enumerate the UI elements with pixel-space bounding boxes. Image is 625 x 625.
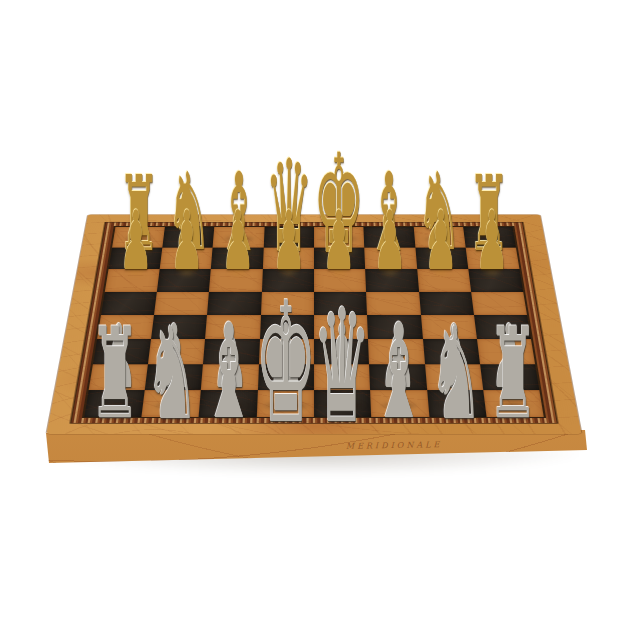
square-a5 xyxy=(101,292,157,315)
square-h6 xyxy=(468,269,523,291)
square-d6 xyxy=(262,269,314,291)
square-g3 xyxy=(423,339,480,364)
square-g4 xyxy=(421,315,477,339)
square-a7 xyxy=(108,248,162,270)
square-b5 xyxy=(154,292,209,315)
square-c4 xyxy=(205,315,260,339)
square-c7 xyxy=(211,248,263,270)
square-d8 xyxy=(263,227,314,248)
square-d5 xyxy=(261,292,314,315)
square-g2 xyxy=(425,364,484,390)
square-b8 xyxy=(162,227,214,248)
square-h1 xyxy=(483,390,544,417)
square-e8 xyxy=(314,227,365,248)
square-f1 xyxy=(370,390,429,417)
square-e4 xyxy=(314,315,368,339)
square-f4 xyxy=(367,315,422,339)
square-d3 xyxy=(259,339,314,364)
square-e2 xyxy=(314,364,370,390)
square-c6 xyxy=(209,269,262,291)
square-b1 xyxy=(142,390,202,417)
square-a1 xyxy=(84,390,145,417)
square-g6 xyxy=(417,269,471,291)
chess-set-scene: MERIDIONALE ♜♞♝♛♚♝♞♜♟♟♟♟♟♟♟♟♟♟♟♟♟♟♟♟♜♞♝♚… xyxy=(0,0,625,625)
square-f2 xyxy=(369,364,426,390)
square-e1 xyxy=(314,390,371,417)
square-a2 xyxy=(88,364,148,390)
square-e5 xyxy=(314,292,367,315)
square-f5 xyxy=(366,292,420,315)
square-h7 xyxy=(466,248,520,270)
square-c1 xyxy=(199,390,258,417)
square-f7 xyxy=(365,248,417,270)
square-b2 xyxy=(145,364,204,390)
square-d4 xyxy=(260,315,314,339)
square-h2 xyxy=(480,364,540,390)
chessboard xyxy=(47,215,582,434)
square-f3 xyxy=(368,339,424,364)
square-h8 xyxy=(463,227,516,248)
map-border-text: MERIDIONALE xyxy=(346,440,442,451)
square-h5 xyxy=(471,292,527,315)
board-squares-grid xyxy=(84,227,544,418)
square-d7 xyxy=(263,248,314,270)
square-e3 xyxy=(314,339,369,364)
square-a6 xyxy=(105,269,160,291)
square-c3 xyxy=(203,339,259,364)
square-h4 xyxy=(474,315,531,339)
square-c8 xyxy=(213,227,264,248)
square-d2 xyxy=(258,364,314,390)
square-f8 xyxy=(364,227,415,248)
square-g1 xyxy=(427,390,487,417)
square-e7 xyxy=(314,248,365,270)
square-b7 xyxy=(160,248,213,270)
square-c2 xyxy=(201,364,258,390)
square-b3 xyxy=(148,339,205,364)
square-g5 xyxy=(419,292,474,315)
square-a8 xyxy=(112,227,165,248)
square-e6 xyxy=(314,269,366,291)
square-c5 xyxy=(207,292,261,315)
square-g7 xyxy=(415,248,468,270)
square-a3 xyxy=(93,339,151,364)
square-d1 xyxy=(257,390,314,417)
square-h3 xyxy=(477,339,535,364)
square-b4 xyxy=(151,315,207,339)
square-b6 xyxy=(157,269,211,291)
square-g8 xyxy=(413,227,465,248)
product-photo-page: { "game": "chess", "scene_type": "produc… xyxy=(0,0,625,625)
square-f6 xyxy=(365,269,418,291)
square-a4 xyxy=(97,315,154,339)
